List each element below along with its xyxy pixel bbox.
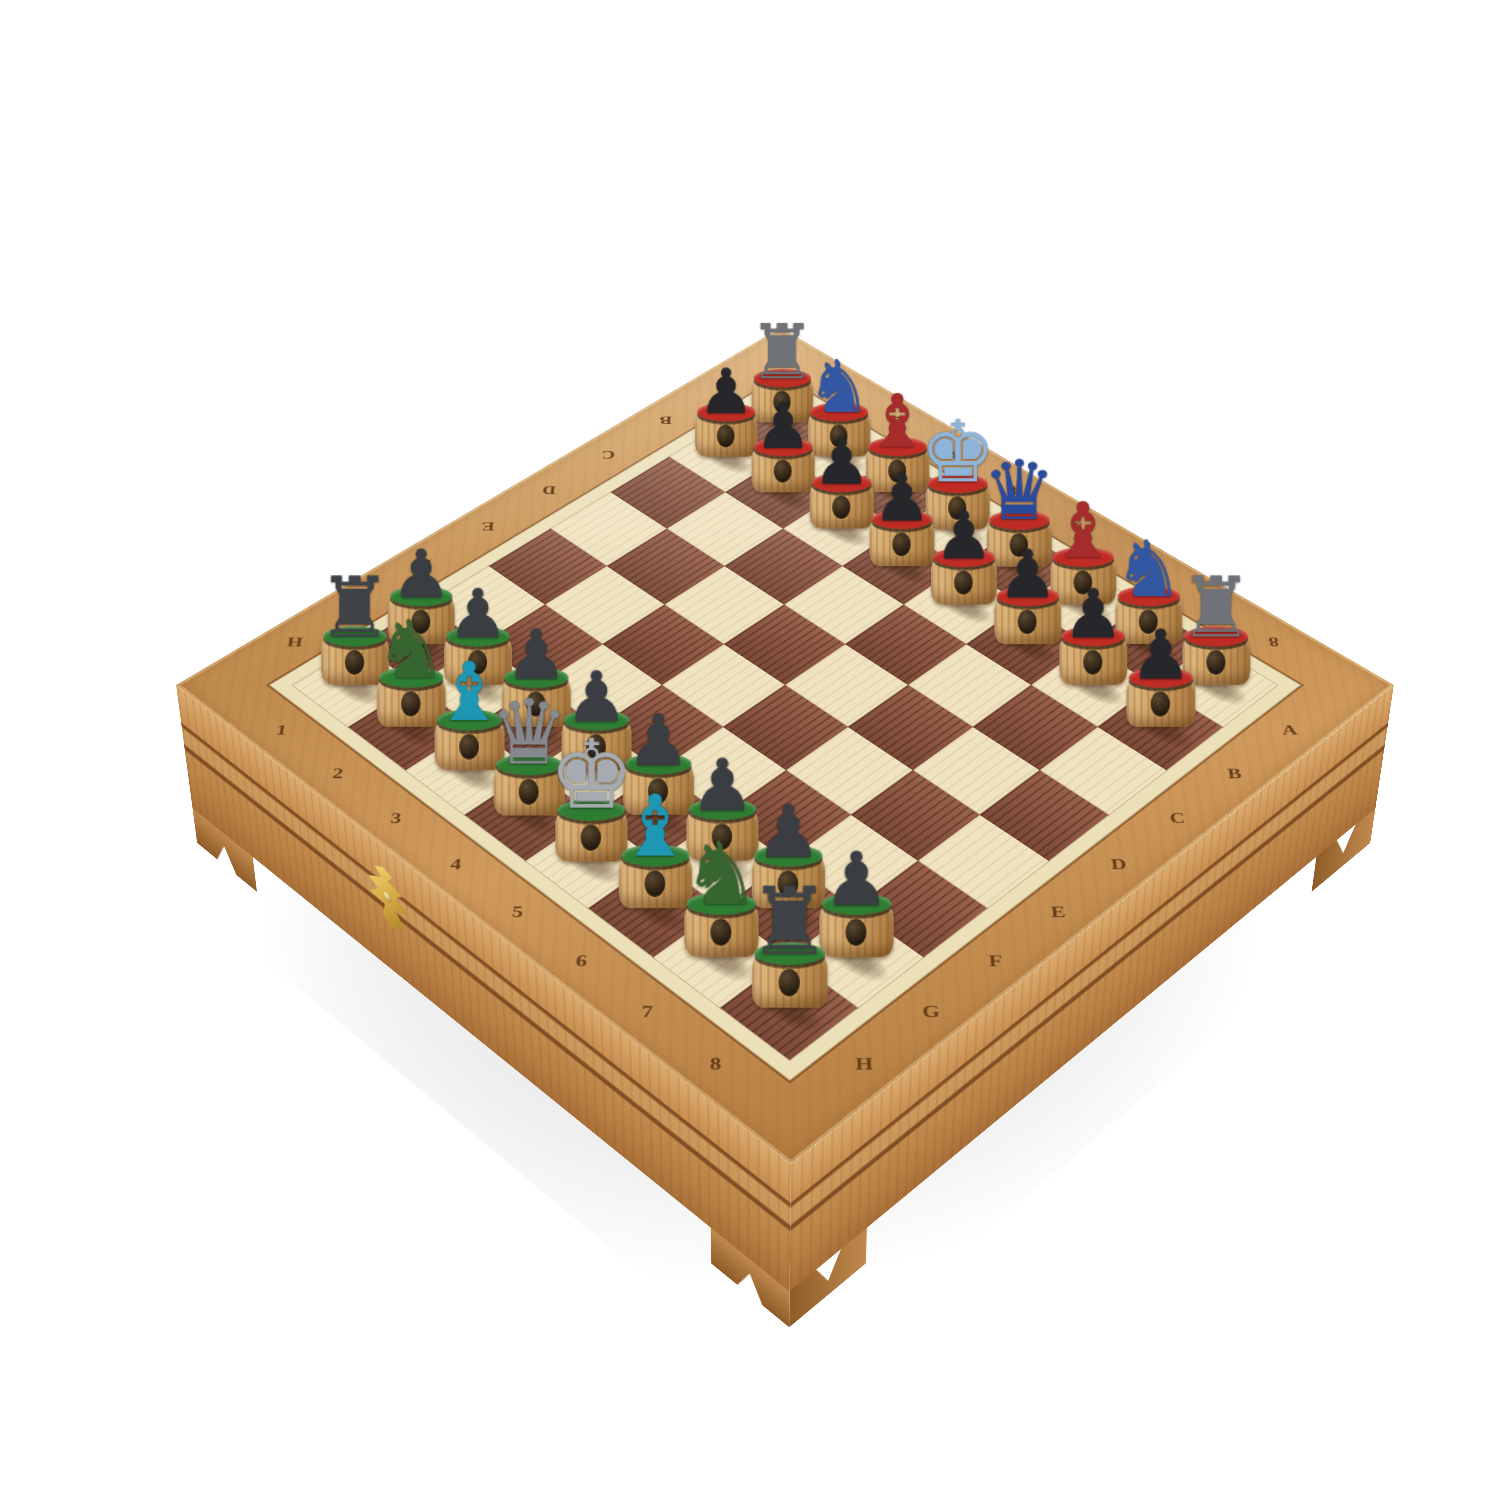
file-label-left-D: D — [542, 483, 557, 497]
rook-glyph-icon: ♜ — [747, 878, 831, 964]
rank-label-top-1: 1 — [835, 380, 845, 393]
rank-label-top-4: 4 — [1010, 483, 1021, 497]
rank-label-top-6: 6 — [1135, 556, 1147, 571]
rank-label-top-2: 2 — [892, 413, 902, 426]
file-label-left-A: A — [716, 380, 729, 393]
rank-label-top-5: 5 — [1072, 519, 1083, 533]
file-label-left-F: F — [419, 556, 433, 571]
file-label-left-C: C — [602, 448, 616, 461]
pawn-glyph-icon: ♟ — [1062, 583, 1123, 645]
file-label-left-H: H — [286, 634, 304, 649]
photo-canvas: 11AA22BB33CC44DD55EE66FF77GG88HH ♜♞♝♚♛♝♞… — [0, 0, 1500, 1500]
pawn-glyph-icon: ♟ — [1129, 624, 1191, 687]
file-label-left-E: E — [481, 519, 495, 533]
chess-box: 11AA22BB33CC44DD55EE66FF77GG88HH ♜♞♝♚♛♝♞… — [176, 327, 1394, 1164]
scene: 11AA22BB33CC44DD55EE66FF77GG88HH ♜♞♝♚♛♝♞… — [0, 0, 1500, 1500]
rank-label-top-3: 3 — [950, 448, 960, 461]
brass-latch-icon — [361, 852, 415, 944]
file-label-left-B: B — [660, 413, 673, 426]
rank-label-top-8: 8 — [1267, 634, 1280, 649]
